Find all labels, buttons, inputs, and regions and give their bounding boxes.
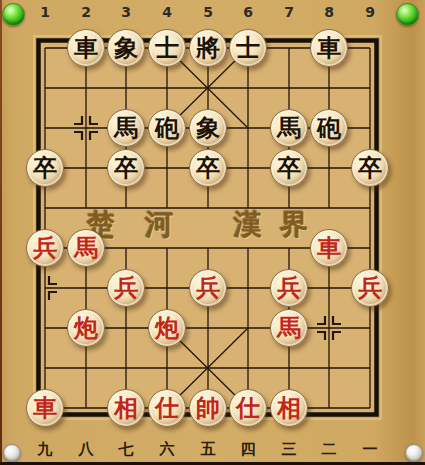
piece-black-卒[interactable]: 卒: [26, 149, 64, 187]
piece-black-士[interactable]: 士: [148, 29, 186, 67]
piece-red-兵[interactable]: 兵: [107, 269, 145, 307]
piece-red-相[interactable]: 相: [107, 389, 145, 427]
piece-black-車[interactable]: 車: [67, 29, 105, 67]
file-label-top-5: 5: [188, 4, 228, 20]
piece-black-馬[interactable]: 馬: [270, 109, 308, 147]
file-label-top-1: 1: [25, 4, 65, 20]
river-text-left: 楚河: [87, 206, 203, 244]
piece-red-帥[interactable]: 帥: [189, 389, 227, 427]
piece-red-馬[interactable]: 馬: [67, 229, 105, 267]
piece-red-兵[interactable]: 兵: [351, 269, 389, 307]
piece-black-卒[interactable]: 卒: [270, 149, 308, 187]
file-label-bottom-9: 一: [350, 440, 390, 459]
file-label-top-8: 8: [309, 4, 349, 20]
piece-red-仕[interactable]: 仕: [229, 389, 267, 427]
piece-red-兵[interactable]: 兵: [26, 229, 64, 267]
file-label-top-3: 3: [106, 4, 146, 20]
piece-black-砲[interactable]: 砲: [148, 109, 186, 147]
file-label-top-9: 9: [350, 4, 390, 20]
file-label-top-4: 4: [147, 4, 187, 20]
piece-black-砲[interactable]: 砲: [310, 109, 348, 147]
piece-black-象[interactable]: 象: [107, 29, 145, 67]
piece-red-馬[interactable]: 馬: [270, 309, 308, 347]
file-label-bottom-1: 九: [25, 440, 65, 459]
piece-red-車[interactable]: 車: [310, 229, 348, 267]
piece-red-相[interactable]: 相: [270, 389, 308, 427]
file-label-bottom-8: 二: [309, 440, 349, 459]
piece-black-車[interactable]: 車: [310, 29, 348, 67]
xiangqi-game-window: 楚河 漢界 123456789九八七六五四三二一 車象士將士車馬砲象馬砲卒卒卒卒…: [0, 0, 425, 465]
piece-black-卒[interactable]: 卒: [189, 149, 227, 187]
piece-red-炮[interactable]: 炮: [148, 309, 186, 347]
piece-red-車[interactable]: 車: [26, 389, 64, 427]
piece-red-兵[interactable]: 兵: [270, 269, 308, 307]
file-label-top-6: 6: [228, 4, 268, 20]
window-edge-left: [0, 0, 2, 465]
file-label-top-2: 2: [66, 4, 106, 20]
piece-black-士[interactable]: 士: [229, 29, 267, 67]
piece-black-卒[interactable]: 卒: [351, 149, 389, 187]
file-label-bottom-7: 三: [269, 440, 309, 459]
file-label-bottom-4: 六: [147, 440, 187, 459]
file-label-bottom-2: 八: [66, 440, 106, 459]
file-label-bottom-3: 七: [106, 440, 146, 459]
piece-black-卒[interactable]: 卒: [107, 149, 145, 187]
piece-red-兵[interactable]: 兵: [189, 269, 227, 307]
piece-red-仕[interactable]: 仕: [148, 389, 186, 427]
file-label-bottom-6: 四: [228, 440, 268, 459]
piece-black-馬[interactable]: 馬: [107, 109, 145, 147]
file-label-top-7: 7: [269, 4, 309, 20]
file-label-bottom-5: 五: [188, 440, 228, 459]
piece-red-炮[interactable]: 炮: [67, 309, 105, 347]
piece-black-象[interactable]: 象: [189, 109, 227, 147]
piece-black-將[interactable]: 將: [189, 29, 227, 67]
